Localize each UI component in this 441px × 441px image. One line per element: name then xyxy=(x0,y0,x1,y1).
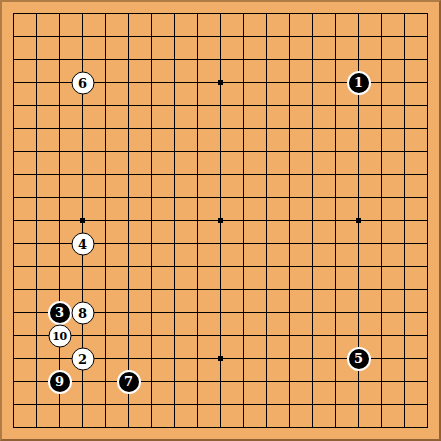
stone-white-2: 2 xyxy=(71,347,94,370)
star-point xyxy=(218,218,223,223)
star-point xyxy=(218,356,223,361)
move-number-label: 1 xyxy=(354,76,363,89)
star-point xyxy=(80,218,85,223)
stone-black-7: 7 xyxy=(117,370,141,394)
stone-white-6: 6 xyxy=(71,71,94,94)
move-number-label: 8 xyxy=(78,306,87,319)
move-number-label: 2 xyxy=(78,352,87,365)
move-number-label: 5 xyxy=(354,352,363,365)
stone-black-9: 9 xyxy=(48,370,72,394)
go-board: 12345678910 xyxy=(0,0,441,441)
move-number-label: 6 xyxy=(78,76,87,89)
stone-white-8: 8 xyxy=(71,301,94,324)
stone-white-4: 4 xyxy=(71,232,94,255)
stone-white-10: 10 xyxy=(48,324,71,347)
move-number-label: 3 xyxy=(55,306,64,319)
move-number-label: 4 xyxy=(78,237,87,250)
star-point xyxy=(218,80,223,85)
star-point xyxy=(356,218,361,223)
stone-black-5: 5 xyxy=(347,347,371,371)
stone-black-3: 3 xyxy=(48,301,72,325)
move-number-label: 7 xyxy=(124,375,133,388)
stone-black-1: 1 xyxy=(347,71,371,95)
move-number-label: 10 xyxy=(52,330,66,341)
move-number-label: 9 xyxy=(55,375,64,388)
